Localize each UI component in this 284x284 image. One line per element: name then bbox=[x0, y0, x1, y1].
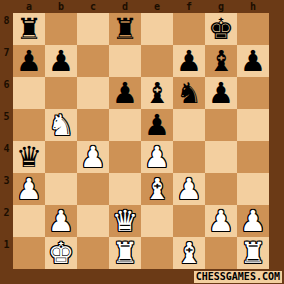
square-g7: ♝ bbox=[205, 45, 237, 77]
rank-label-5: 5 bbox=[0, 111, 13, 122]
square-f4 bbox=[173, 141, 205, 173]
square-a5 bbox=[13, 109, 45, 141]
square-h2: ♟ bbox=[237, 205, 269, 237]
square-h7: ♟ bbox=[237, 45, 269, 77]
square-f5 bbox=[173, 109, 205, 141]
white-king-b1: ♚ bbox=[45, 237, 77, 269]
file-label-d: d bbox=[109, 1, 141, 12]
square-d7 bbox=[109, 45, 141, 77]
square-g2: ♟ bbox=[205, 205, 237, 237]
square-f6: ♞ bbox=[173, 77, 205, 109]
rank-labels: 87654321 bbox=[0, 13, 13, 269]
black-knight-f6: ♞ bbox=[173, 77, 205, 109]
black-pawn-a7: ♟ bbox=[13, 45, 45, 77]
square-h5 bbox=[237, 109, 269, 141]
square-b7: ♟ bbox=[45, 45, 77, 77]
white-bishop-f1: ♝ bbox=[173, 237, 205, 269]
square-b4 bbox=[45, 141, 77, 173]
white-bishop-e3: ♝ bbox=[141, 173, 173, 205]
square-a2 bbox=[13, 205, 45, 237]
square-g5 bbox=[205, 109, 237, 141]
black-queen-a4: ♛ bbox=[13, 141, 45, 173]
square-a6 bbox=[13, 77, 45, 109]
file-label-a: a bbox=[13, 1, 45, 12]
square-b1: ♚ bbox=[45, 237, 77, 269]
black-pawn-d6: ♟ bbox=[109, 77, 141, 109]
black-rook-a8: ♜ bbox=[13, 13, 45, 45]
file-label-h: h bbox=[237, 1, 269, 12]
black-rook-d8: ♜ bbox=[109, 13, 141, 45]
file-label-b: b bbox=[45, 1, 77, 12]
square-f3: ♟ bbox=[173, 173, 205, 205]
black-king-g8: ♚ bbox=[205, 13, 237, 45]
white-pawn-e4: ♟ bbox=[141, 141, 173, 173]
square-b6 bbox=[45, 77, 77, 109]
white-pawn-b2: ♟ bbox=[45, 205, 77, 237]
square-e2 bbox=[141, 205, 173, 237]
black-pawn-f7: ♟ bbox=[173, 45, 205, 77]
white-queen-d2: ♛ bbox=[109, 205, 141, 237]
square-d6: ♟ bbox=[109, 77, 141, 109]
black-pawn-b7: ♟ bbox=[45, 45, 77, 77]
square-h8 bbox=[237, 13, 269, 45]
black-bishop-e6: ♝ bbox=[141, 77, 173, 109]
white-pawn-h2: ♟ bbox=[237, 205, 269, 237]
chess-board: ♜♜♚♟♟♟♝♟♟♝♞♟♞♟♛♟♟♟♝♟♟♛♟♟♚♜♝♜ bbox=[13, 13, 269, 269]
white-rook-h1: ♜ bbox=[237, 237, 269, 269]
square-e4: ♟ bbox=[141, 141, 173, 173]
square-d8: ♜ bbox=[109, 13, 141, 45]
file-label-f: f bbox=[173, 1, 205, 12]
square-a1 bbox=[13, 237, 45, 269]
rank-label-2: 2 bbox=[0, 207, 13, 218]
white-pawn-g2: ♟ bbox=[205, 205, 237, 237]
square-g4 bbox=[205, 141, 237, 173]
white-pawn-a3: ♟ bbox=[13, 173, 45, 205]
square-f7: ♟ bbox=[173, 45, 205, 77]
square-b2: ♟ bbox=[45, 205, 77, 237]
white-pawn-f3: ♟ bbox=[173, 173, 205, 205]
file-label-c: c bbox=[77, 1, 109, 12]
square-a8: ♜ bbox=[13, 13, 45, 45]
square-e8 bbox=[141, 13, 173, 45]
square-f1: ♝ bbox=[173, 237, 205, 269]
square-e6: ♝ bbox=[141, 77, 173, 109]
square-c8 bbox=[77, 13, 109, 45]
square-e5: ♟ bbox=[141, 109, 173, 141]
square-c3 bbox=[77, 173, 109, 205]
rank-label-8: 8 bbox=[0, 15, 13, 26]
square-d3 bbox=[109, 173, 141, 205]
square-g3 bbox=[205, 173, 237, 205]
square-d2: ♛ bbox=[109, 205, 141, 237]
white-rook-d1: ♜ bbox=[109, 237, 141, 269]
square-b5: ♞ bbox=[45, 109, 77, 141]
square-b3 bbox=[45, 173, 77, 205]
rank-label-1: 1 bbox=[0, 239, 13, 250]
rank-label-7: 7 bbox=[0, 47, 13, 58]
square-c1 bbox=[77, 237, 109, 269]
black-pawn-e5: ♟ bbox=[141, 109, 173, 141]
square-d5 bbox=[109, 109, 141, 141]
square-g8: ♚ bbox=[205, 13, 237, 45]
rank-label-4: 4 bbox=[0, 143, 13, 154]
rank-label-6: 6 bbox=[0, 79, 13, 90]
square-c7 bbox=[77, 45, 109, 77]
chess-diagram: abcdefgh 87654321 ♜♜♚♟♟♟♝♟♟♝♞♟♞♟♛♟♟♟♝♟♟♛… bbox=[0, 0, 284, 284]
white-pawn-c4: ♟ bbox=[77, 141, 109, 173]
square-c4: ♟ bbox=[77, 141, 109, 173]
square-e3: ♝ bbox=[141, 173, 173, 205]
square-d4 bbox=[109, 141, 141, 173]
rank-label-3: 3 bbox=[0, 175, 13, 186]
square-e1 bbox=[141, 237, 173, 269]
square-g1 bbox=[205, 237, 237, 269]
square-f8 bbox=[173, 13, 205, 45]
square-h3 bbox=[237, 173, 269, 205]
square-b8 bbox=[45, 13, 77, 45]
square-h4 bbox=[237, 141, 269, 173]
square-h1: ♜ bbox=[237, 237, 269, 269]
square-e7 bbox=[141, 45, 173, 77]
square-h6 bbox=[237, 77, 269, 109]
square-d1: ♜ bbox=[109, 237, 141, 269]
square-a3: ♟ bbox=[13, 173, 45, 205]
chessgames-watermark: CHESSGAMES.COM bbox=[194, 271, 282, 283]
square-a4: ♛ bbox=[13, 141, 45, 173]
square-g6: ♟ bbox=[205, 77, 237, 109]
square-c5 bbox=[77, 109, 109, 141]
square-a7: ♟ bbox=[13, 45, 45, 77]
file-label-e: e bbox=[141, 1, 173, 12]
black-bishop-g7: ♝ bbox=[205, 45, 237, 77]
white-knight-b5: ♞ bbox=[45, 109, 77, 141]
black-pawn-g6: ♟ bbox=[205, 77, 237, 109]
square-c6 bbox=[77, 77, 109, 109]
file-label-g: g bbox=[205, 1, 237, 12]
square-f2 bbox=[173, 205, 205, 237]
square-c2 bbox=[77, 205, 109, 237]
black-pawn-h7: ♟ bbox=[237, 45, 269, 77]
